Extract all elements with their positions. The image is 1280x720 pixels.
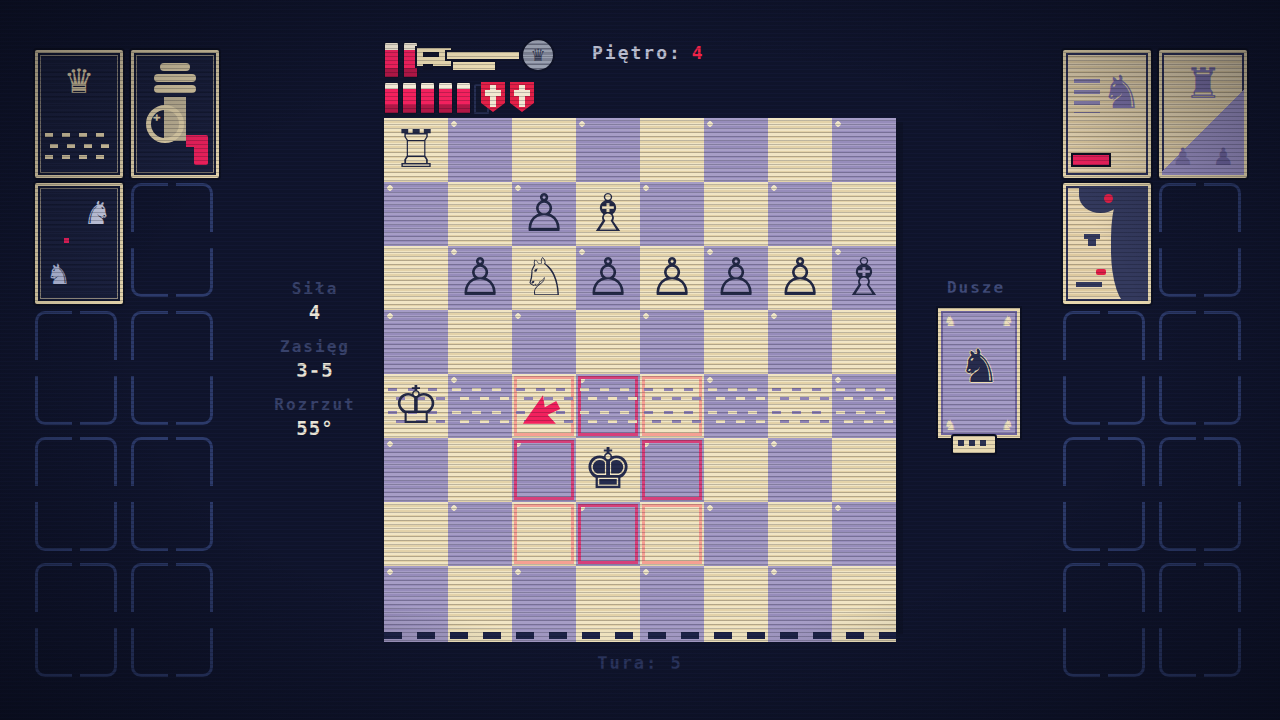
- piece-white-knight-c6[interactable]: ♘: [512, 246, 576, 310]
- square-f8[interactable]: [704, 118, 768, 182]
- knight-icon: ♞: [1101, 65, 1142, 119]
- square-f1[interactable]: [704, 566, 768, 630]
- square-b4[interactable]: [448, 374, 512, 438]
- knight-eye-dot: [64, 238, 69, 243]
- grinder-meat-icon: [194, 135, 208, 165]
- piece-white-pawn-e6[interactable]: ♙: [640, 246, 704, 310]
- crown-stack-icon: [160, 63, 190, 71]
- knight-icon: ♞: [83, 194, 112, 232]
- queen-fringe: [1079, 183, 1122, 213]
- souls-knight-card[interactable]: ♞ ♞ ♞ ♞ ♞: [938, 308, 1020, 438]
- stat-strength-value: 4: [235, 301, 395, 323]
- square-h5[interactable]: [832, 310, 896, 374]
- floor-indicator: Piętro:4: [592, 42, 705, 63]
- square-c3[interactable]: [512, 438, 576, 502]
- square-h6[interactable]: ♗: [832, 246, 896, 310]
- square-h1[interactable]: [832, 566, 896, 630]
- shell-icon: [438, 82, 453, 114]
- stat-range-label: Zasięg: [235, 337, 395, 356]
- corner-knight-icon: ♞: [1001, 417, 1014, 433]
- square-e4[interactable]: [640, 374, 704, 438]
- shotgun-grip: [423, 64, 433, 71]
- square-e1[interactable]: [640, 566, 704, 630]
- chess-board[interactable]: ♖♙♗♙♘♙♙♙♙♗♔♚: [384, 118, 896, 630]
- square-b5[interactable]: [448, 310, 512, 374]
- square-c6[interactable]: ♘: [512, 246, 576, 310]
- square-g6[interactable]: ♙: [768, 246, 832, 310]
- square-g3[interactable]: [768, 438, 832, 502]
- flood-waves-icon: [45, 129, 113, 165]
- empty-card-slot: [35, 563, 117, 677]
- square-e6[interactable]: ♙: [640, 246, 704, 310]
- rook-tower-card[interactable]: ♜ ♟ ♟: [1159, 50, 1247, 178]
- shell-icon: [456, 82, 471, 114]
- turn-indicator: Tura: 5: [384, 653, 896, 673]
- piece-white-bishop-h6[interactable]: ♗: [832, 246, 896, 310]
- square-c2[interactable]: [512, 502, 576, 566]
- square-c4[interactable]: [512, 374, 576, 438]
- square-d5[interactable]: [576, 310, 640, 374]
- piece-white-pawn-g6[interactable]: ♙: [768, 246, 832, 310]
- square-h2[interactable]: [832, 502, 896, 566]
- square-g7[interactable]: [768, 182, 832, 246]
- square-e7[interactable]: [640, 182, 704, 246]
- pawn-icon: ♟: [1172, 143, 1194, 171]
- square-g2[interactable]: [768, 502, 832, 566]
- empty-card-slot: [1159, 311, 1241, 425]
- floor-value: 4: [692, 42, 705, 63]
- shotgun-icon: [415, 44, 521, 72]
- shield-icon: [481, 82, 505, 112]
- square-a6[interactable]: [384, 246, 448, 310]
- queen-lips: [1096, 269, 1106, 275]
- piece-white-pawn-f6[interactable]: ♙: [704, 246, 768, 310]
- floor-label: Piętro:: [592, 42, 682, 63]
- shell-icon: [420, 82, 435, 114]
- piece-white-pawn-c7[interactable]: ♙: [512, 182, 576, 246]
- turn-value: 5: [671, 653, 683, 673]
- square-f4[interactable]: [704, 374, 768, 438]
- square-a2[interactable]: [384, 502, 448, 566]
- drowned-queen-icon: ♛: [38, 61, 120, 101]
- queen-gem: [1104, 194, 1113, 203]
- charge-progress-bar: [1071, 153, 1111, 167]
- square-a5[interactable]: [384, 310, 448, 374]
- drowned-queen-card[interactable]: ♛: [35, 50, 123, 178]
- speed-lines-icon: [1074, 79, 1100, 113]
- square-f7[interactable]: [704, 182, 768, 246]
- square-b7[interactable]: [448, 182, 512, 246]
- piece-white-pawn-d6[interactable]: ♙: [576, 246, 640, 310]
- square-h8[interactable]: [832, 118, 896, 182]
- square-a4[interactable]: ♔: [384, 374, 448, 438]
- empty-card-slot: [1159, 183, 1241, 297]
- square-a3[interactable]: [384, 438, 448, 502]
- square-f2[interactable]: [704, 502, 768, 566]
- twin-knights-card[interactable]: ♞ ♞: [35, 183, 123, 304]
- soul-token-icon: [951, 434, 997, 455]
- square-a1[interactable]: [384, 566, 448, 630]
- empty-card-slot: [1063, 311, 1145, 425]
- stat-spread-value: 55°: [235, 417, 395, 439]
- piece-white-pawn-b6[interactable]: ♙: [448, 246, 512, 310]
- square-f5[interactable]: [704, 310, 768, 374]
- corner-knight-icon: ♞: [1001, 313, 1014, 329]
- piece-white-rook-a8[interactable]: ♖: [384, 118, 448, 182]
- square-f6[interactable]: ♙: [704, 246, 768, 310]
- square-f3[interactable]: [704, 438, 768, 502]
- pawn-icon: ♟: [1212, 143, 1234, 171]
- empty-card-slot: [131, 437, 213, 551]
- weapon-stats: Siła 4 Zasięg 3-5 Rozrzut 55°: [235, 279, 395, 453]
- empty-card-slot: [1159, 437, 1241, 551]
- shield-row: [481, 82, 534, 112]
- move-cursor-icon: [520, 382, 566, 428]
- chambered-shells: [384, 42, 418, 78]
- square-h7[interactable]: [832, 182, 896, 246]
- queen-face-card[interactable]: [1063, 183, 1151, 304]
- empty-card-slot: [131, 183, 213, 297]
- square-d7[interactable]: ♗: [576, 182, 640, 246]
- shell-icon: [402, 82, 417, 114]
- corner-knight-icon: ♞: [944, 313, 957, 329]
- square-e5[interactable]: [640, 310, 704, 374]
- empty-card-slot: [1063, 437, 1145, 551]
- turn-label: Tura:: [597, 653, 658, 673]
- square-g4[interactable]: [768, 374, 832, 438]
- square-a8[interactable]: ♖: [384, 118, 448, 182]
- queen-eye: [1084, 234, 1100, 239]
- square-d8[interactable]: [576, 118, 640, 182]
- square-a7[interactable]: [384, 182, 448, 246]
- board-bottom-edge: [384, 630, 896, 642]
- queen-chin: [1076, 282, 1102, 287]
- empty-card-slot: [131, 311, 213, 425]
- royal-orb-icon: ♛: [521, 38, 555, 72]
- square-c5[interactable]: [512, 310, 576, 374]
- empty-card-slot: [131, 563, 213, 677]
- square-d4[interactable]: [576, 374, 640, 438]
- grinder-card[interactable]: [131, 50, 219, 178]
- square-d6[interactable]: ♙: [576, 246, 640, 310]
- piece-black-king-d3[interactable]: ♚: [576, 438, 640, 502]
- stat-range: Zasięg 3-5: [235, 337, 395, 381]
- square-b8[interactable]: [448, 118, 512, 182]
- square-b3[interactable]: [448, 438, 512, 502]
- square-b1[interactable]: [448, 566, 512, 630]
- square-g8[interactable]: [768, 118, 832, 182]
- square-h4[interactable]: [832, 374, 896, 438]
- empty-card-slot: [1159, 563, 1241, 677]
- square-e8[interactable]: [640, 118, 704, 182]
- square-b6[interactable]: ♙: [448, 246, 512, 310]
- empty-card-slot: [1063, 563, 1145, 677]
- shell-icon: [384, 82, 399, 114]
- empty-card-slot: [35, 311, 117, 425]
- square-d2[interactable]: [576, 502, 640, 566]
- stat-strength: Siła 4: [235, 279, 395, 323]
- square-c1[interactable]: [512, 566, 576, 630]
- square-c7[interactable]: ♙: [512, 182, 576, 246]
- game-screen: ♛ Piętro:4 Siła 4 Zasięg 3-5 Rozrzut 55°…: [0, 0, 1280, 720]
- square-g1[interactable]: [768, 566, 832, 630]
- square-b2[interactable]: [448, 502, 512, 566]
- square-d3[interactable]: ♚: [576, 438, 640, 502]
- stat-strength-label: Siła: [235, 279, 395, 298]
- square-h3[interactable]: [832, 438, 896, 502]
- stat-spread: Rozrzut 55°: [235, 395, 395, 439]
- souls-label: Dusze: [928, 278, 1024, 297]
- piece-white-king-a4[interactable]: ♔: [384, 374, 448, 438]
- square-d1[interactable]: [576, 566, 640, 630]
- square-e3[interactable]: [640, 438, 704, 502]
- rook-icon: ♜: [1162, 59, 1244, 108]
- piece-white-bishop-d7[interactable]: ♗: [576, 182, 640, 246]
- shotgun-pump: [451, 60, 497, 72]
- square-c8[interactable]: [512, 118, 576, 182]
- square-e2[interactable]: [640, 502, 704, 566]
- corner-knight-icon: ♞: [944, 417, 957, 433]
- grinder-wheel-icon: [146, 105, 184, 143]
- knight-charge-card[interactable]: ♞: [1063, 50, 1151, 178]
- stat-spread-label: Rozrzut: [235, 395, 395, 414]
- square-g5[interactable]: [768, 310, 832, 374]
- soul-knight-icon: ♞: [941, 339, 1017, 393]
- shield-icon: [510, 82, 534, 112]
- knight-icon: ♞: [46, 258, 71, 291]
- shell-icon: [384, 42, 399, 78]
- empty-card-slot: [35, 437, 117, 551]
- reserve-shells: [384, 82, 489, 114]
- stat-range-value: 3-5: [235, 359, 395, 381]
